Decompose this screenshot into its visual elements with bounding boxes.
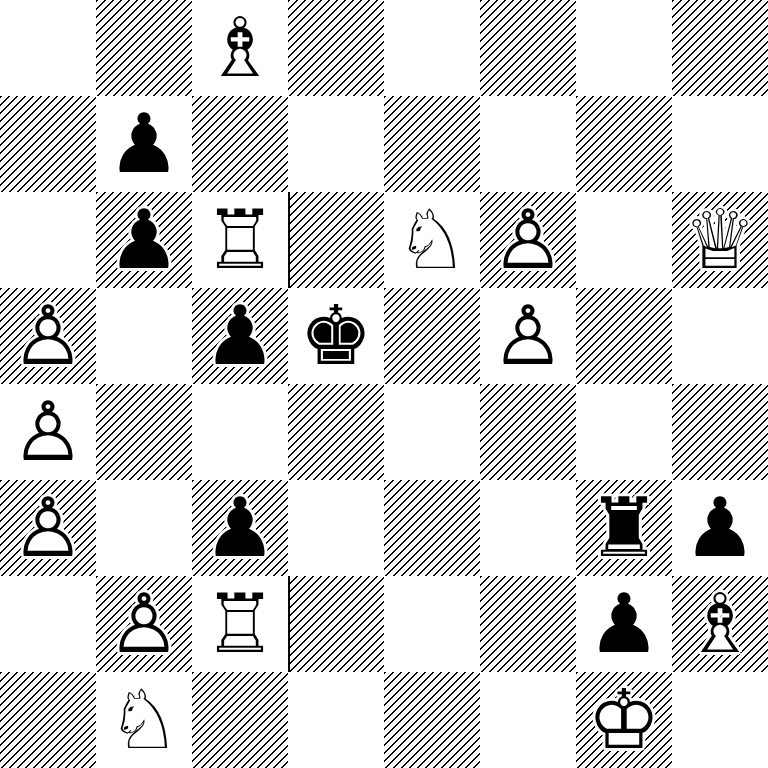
square-f7[interactable] [480,96,576,192]
white-rook-outline: ♖ [192,192,288,288]
square-b8[interactable] [96,0,192,96]
square-f4[interactable] [480,384,576,480]
white-bishop[interactable]: ♝♗ [672,576,768,672]
black-pawn[interactable]: ♟ [672,480,768,576]
square-e3[interactable] [384,480,480,576]
square-g7[interactable] [576,96,672,192]
square-d2[interactable] [288,576,384,672]
square-c5[interactable]: ♟ [192,288,288,384]
square-e4[interactable] [384,384,480,480]
square-b1[interactable]: ♞♘ [96,672,192,768]
square-a8[interactable] [0,0,96,96]
square-a4[interactable]: ♟♙ [0,384,96,480]
square-c1[interactable] [192,672,288,768]
square-d8[interactable] [288,0,384,96]
white-pawn[interactable]: ♟♙ [480,288,576,384]
white-knight-outline: ♘ [384,192,480,288]
square-a5[interactable]: ♟♙ [0,288,96,384]
square-a2[interactable] [0,576,96,672]
white-pawn[interactable]: ♟♙ [480,192,576,288]
square-a7[interactable] [0,96,96,192]
white-knight[interactable]: ♞♘ [96,672,192,768]
square-e1[interactable] [384,672,480,768]
square-h2[interactable]: ♝♗ [672,576,768,672]
square-g8[interactable] [576,0,672,96]
square-e2[interactable] [384,576,480,672]
square-h7[interactable] [672,96,768,192]
white-king[interactable]: ♚♔ [576,672,672,768]
square-h4[interactable] [672,384,768,480]
black-pawn[interactable]: ♟ [96,192,192,288]
square-f8[interactable] [480,0,576,96]
square-c3[interactable]: ♟ [192,480,288,576]
white-bishop-outline: ♗ [192,0,288,96]
square-h3[interactable]: ♟ [672,480,768,576]
white-pawn[interactable]: ♟♙ [0,384,96,480]
black-king[interactable]: ♚ [288,288,384,384]
square-b7[interactable]: ♟ [96,96,192,192]
square-h8[interactable] [672,0,768,96]
white-pawn-outline: ♙ [0,480,96,576]
black-pawn-glyph: ♟ [96,96,192,192]
white-pawn[interactable]: ♟♙ [96,576,192,672]
black-pawn[interactable]: ♟ [96,96,192,192]
square-a6[interactable] [0,192,96,288]
square-b6[interactable]: ♟ [96,192,192,288]
square-f5[interactable]: ♟♙ [480,288,576,384]
chess-diagram: ♝♗♟♟♜♖♞♘♟♙♛♕♟♙♟♚♟♙♟♙♟♙♟♜♟♟♙♜♖♟♝♗♞♘♚♔ [0,0,768,768]
square-a3[interactable]: ♟♙ [0,480,96,576]
square-g5[interactable] [576,288,672,384]
square-e8[interactable] [384,0,480,96]
white-pawn-outline: ♙ [96,576,192,672]
square-b5[interactable] [96,288,192,384]
black-pawn[interactable]: ♟ [192,480,288,576]
black-rook[interactable]: ♜ [576,480,672,576]
white-rook[interactable]: ♜♖ [192,192,288,288]
square-d3[interactable] [288,480,384,576]
white-queen[interactable]: ♛♕ [672,192,768,288]
square-h6[interactable]: ♛♕ [672,192,768,288]
white-bishop-outline: ♗ [672,576,768,672]
white-pawn-outline: ♙ [0,288,96,384]
square-h1[interactable] [672,672,768,768]
white-pawn-outline: ♙ [0,384,96,480]
white-pawn-outline: ♙ [480,288,576,384]
square-c8[interactable]: ♝♗ [192,0,288,96]
square-a1[interactable] [0,672,96,768]
square-c4[interactable] [192,384,288,480]
square-g4[interactable] [576,384,672,480]
square-g2[interactable]: ♟ [576,576,672,672]
square-b2[interactable]: ♟♙ [96,576,192,672]
black-pawn-glyph: ♟ [576,576,672,672]
black-pawn-glyph: ♟ [192,480,288,576]
square-d1[interactable] [288,672,384,768]
white-knight[interactable]: ♞♘ [384,192,480,288]
white-pawn-outline: ♙ [480,192,576,288]
white-rook[interactable]: ♜♖ [192,576,288,672]
square-h5[interactable] [672,288,768,384]
black-pawn[interactable]: ♟ [192,288,288,384]
square-f1[interactable] [480,672,576,768]
square-d5[interactable]: ♚ [288,288,384,384]
square-e6[interactable]: ♞♘ [384,192,480,288]
square-f2[interactable] [480,576,576,672]
square-c6[interactable]: ♜♖ [192,192,288,288]
square-e5[interactable] [384,288,480,384]
black-rook-glyph: ♜ [576,480,672,576]
square-d4[interactable] [288,384,384,480]
black-pawn-glyph: ♟ [192,288,288,384]
black-pawn-glyph: ♟ [672,480,768,576]
white-pawn[interactable]: ♟♙ [0,288,96,384]
square-b4[interactable] [96,384,192,480]
white-pawn[interactable]: ♟♙ [0,480,96,576]
chess-board: ♝♗♟♟♜♖♞♘♟♙♛♕♟♙♟♚♟♙♟♙♟♙♟♜♟♟♙♜♖♟♝♗♞♘♚♔ [0,0,768,768]
square-d6[interactable] [288,192,384,288]
white-knight-outline: ♘ [96,672,192,768]
square-c7[interactable] [192,96,288,192]
white-rook-outline: ♖ [192,576,288,672]
black-pawn[interactable]: ♟ [576,576,672,672]
white-queen-outline: ♕ [672,192,768,288]
black-pawn-glyph: ♟ [96,192,192,288]
white-king-outline: ♔ [576,672,672,768]
black-king-glyph: ♚ [288,288,384,384]
square-f6[interactable]: ♟♙ [480,192,576,288]
square-f3[interactable] [480,480,576,576]
white-bishop[interactable]: ♝♗ [192,0,288,96]
square-g1[interactable]: ♚♔ [576,672,672,768]
square-c2[interactable]: ♜♖ [192,576,288,672]
square-g6[interactable] [576,192,672,288]
square-e7[interactable] [384,96,480,192]
square-d7[interactable] [288,96,384,192]
square-g3[interactable]: ♜ [576,480,672,576]
square-b3[interactable] [96,480,192,576]
